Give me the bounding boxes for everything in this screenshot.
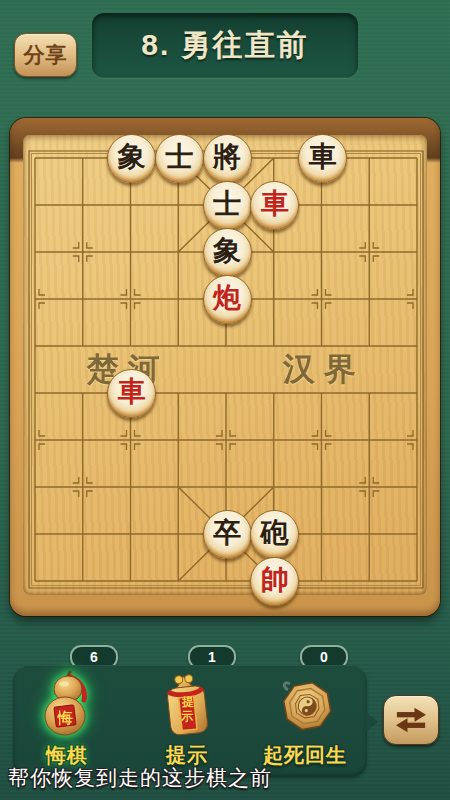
undo-button[interactable]: 悔 悔棋 (7, 668, 127, 769)
gourd-icon: 悔 (34, 668, 100, 742)
pieces-layer: 象士將車士車象炮車卒砲帥 (10, 118, 440, 616)
piece-red-帥[interactable]: 帥 (250, 557, 299, 606)
piece-black-士[interactable]: 士 (203, 181, 252, 230)
piece-glyph: 士 (213, 190, 241, 218)
piece-red-炮[interactable]: 炮 (203, 275, 252, 324)
piece-glyph: 炮 (213, 284, 241, 312)
bagua-medallion-icon (270, 668, 340, 742)
piece-glyph: 車 (118, 378, 146, 406)
share-button[interactable]: 分享 (14, 33, 77, 77)
piece-black-將[interactable]: 將 (203, 134, 252, 183)
share-button-label: 分享 (24, 41, 68, 69)
piece-red-車[interactable]: 車 (107, 369, 156, 418)
xiangqi-board: 楚河 汉界 象士將車士車象炮車卒砲帥 (10, 118, 440, 616)
piece-glyph: 帥 (261, 566, 289, 594)
tooltip-text: 帮你恢复到走的这步棋之前 (8, 764, 272, 792)
piece-glyph: 士 (165, 143, 193, 171)
piece-glyph: 砲 (261, 519, 289, 547)
pouch-icon: 提 示 (154, 668, 220, 742)
piece-glyph: 將 (213, 143, 241, 171)
revive-label: 起死回生 (263, 742, 347, 769)
piece-black-象[interactable]: 象 (203, 228, 252, 277)
piece-black-士[interactable]: 士 (155, 134, 204, 183)
revive-button[interactable]: 起死回生 (245, 668, 365, 769)
piece-black-砲[interactable]: 砲 (250, 510, 299, 559)
piece-glyph: 車 (309, 143, 337, 171)
level-title-panel: 8. 勇往直前 (92, 13, 358, 78)
piece-glyph: 象 (118, 143, 146, 171)
piece-black-卒[interactable]: 卒 (203, 510, 252, 559)
swap-button[interactable] (383, 695, 439, 745)
piece-black-車[interactable]: 車 (298, 134, 347, 183)
level-title: 8. 勇往直前 (141, 25, 308, 66)
piece-glyph: 卒 (213, 519, 241, 547)
xiangqi-app-screen: 分享 8. 勇往直前 楚河 汉界 象士將車士車象炮車卒砲帥 6 1 0 (0, 0, 450, 800)
swap-arrows-icon (392, 705, 430, 735)
piece-black-象[interactable]: 象 (107, 134, 156, 183)
piece-glyph: 車 (261, 190, 289, 218)
hint-button[interactable]: 提 示 提示 (127, 668, 247, 769)
piece-red-車[interactable]: 車 (250, 181, 299, 230)
piece-glyph: 象 (213, 237, 241, 265)
